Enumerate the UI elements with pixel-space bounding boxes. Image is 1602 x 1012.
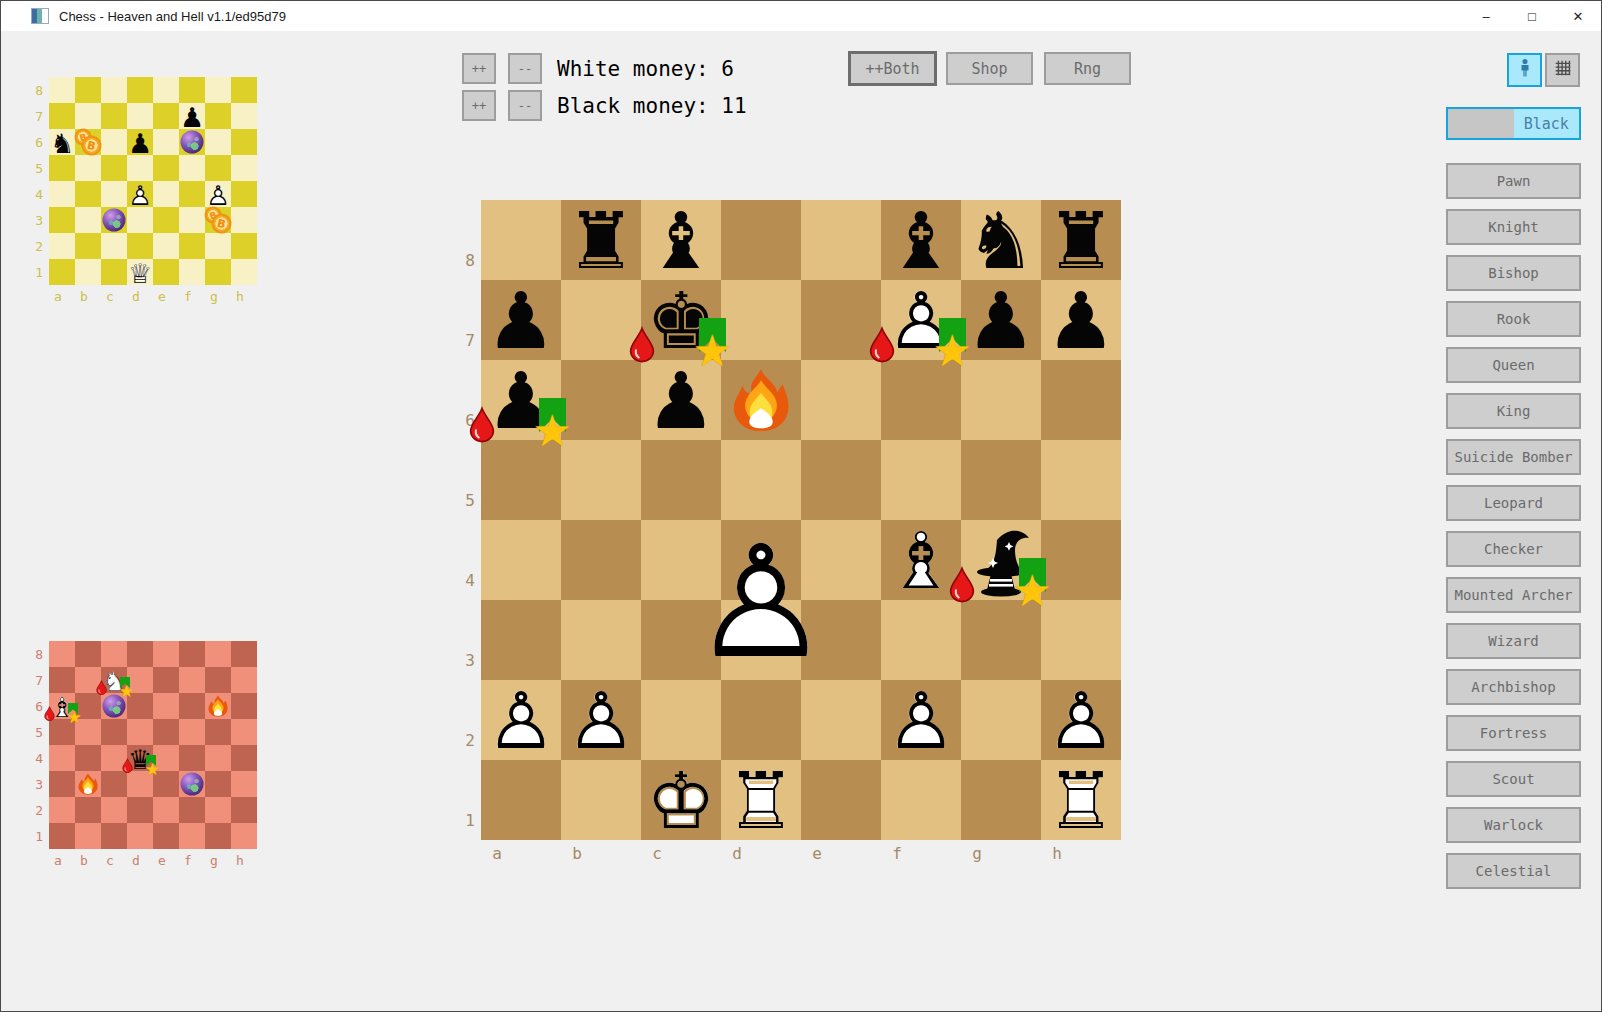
square-e1[interactable] xyxy=(801,760,881,840)
square-g6[interactable] xyxy=(961,360,1041,440)
square-g7[interactable] xyxy=(205,103,231,129)
square-d8[interactable] xyxy=(127,641,153,667)
square-e8[interactable] xyxy=(153,77,179,103)
square-b4[interactable] xyxy=(75,745,101,771)
square-d5[interactable] xyxy=(127,719,153,745)
square-a7[interactable]: ♟ xyxy=(481,280,561,360)
square-h4[interactable] xyxy=(231,181,257,207)
square-a3[interactable] xyxy=(481,600,561,680)
square-b3[interactable] xyxy=(75,771,101,797)
square-g6[interactable] xyxy=(205,129,231,155)
square-h8[interactable] xyxy=(231,641,257,667)
square-d6[interactable] xyxy=(721,360,801,440)
square-e8[interactable] xyxy=(153,641,179,667)
square-e2[interactable] xyxy=(153,233,179,259)
square-b8[interactable]: ♜ xyxy=(561,200,641,280)
square-g3[interactable] xyxy=(205,771,231,797)
square-d6[interactable]: ♟ xyxy=(127,129,153,155)
square-h5[interactable] xyxy=(231,719,257,745)
square-e1[interactable] xyxy=(153,259,179,285)
square-b1[interactable] xyxy=(561,760,641,840)
shop-button[interactable]: Shop xyxy=(946,52,1033,85)
square-g1[interactable] xyxy=(205,823,231,849)
white-pawn-giant: ♟♙ xyxy=(692,525,831,680)
square-e6[interactable] xyxy=(801,360,881,440)
square-h7[interactable]: ♟ xyxy=(1041,280,1121,360)
square-a2[interactable] xyxy=(49,233,75,259)
square-h5[interactable] xyxy=(1041,440,1121,520)
square-b1[interactable] xyxy=(75,823,101,849)
square-g3[interactable]: BB xyxy=(205,207,231,233)
square-f6[interactable] xyxy=(179,693,205,719)
main-board: ♜♝♝♞♜♟♚★♟♙★♟♟♟★♟♝♗★♟♙♟♙♟♙♟♙♟♙♚♔♜♖♜♖87654… xyxy=(481,200,1121,840)
square-a3[interactable] xyxy=(49,207,75,233)
square-h8[interactable] xyxy=(231,77,257,103)
square-a1[interactable] xyxy=(49,259,75,285)
app-icon xyxy=(31,8,49,24)
fire-icon xyxy=(207,695,230,718)
square-g8[interactable] xyxy=(205,641,231,667)
fire-icon xyxy=(728,367,794,433)
square-f1[interactable] xyxy=(179,259,205,285)
square-h5[interactable] xyxy=(231,155,257,181)
heaven-board: ♟♞BB♟♟♙♟♙BB♛♕87654321abcdefgh xyxy=(49,77,257,285)
white-queen: ♛♕ xyxy=(128,260,152,287)
square-c3[interactable] xyxy=(101,207,127,233)
blood-icon xyxy=(44,706,55,721)
square-e2[interactable] xyxy=(153,797,179,823)
star-icon: ★ xyxy=(145,761,160,778)
square-b3[interactable] xyxy=(561,600,641,680)
square-h2[interactable]: ♟♙ xyxy=(1041,680,1121,760)
square-h2[interactable] xyxy=(231,797,257,823)
square-g6[interactable] xyxy=(205,693,231,719)
square-e3[interactable] xyxy=(153,207,179,233)
square-e4[interactable] xyxy=(153,181,179,207)
square-h3[interactable] xyxy=(231,771,257,797)
white-pawn: ♟♙ xyxy=(128,182,152,209)
square-g7[interactable]: ♟ xyxy=(961,280,1041,360)
star-icon: ★ xyxy=(1013,569,1052,613)
square-f2[interactable] xyxy=(179,233,205,259)
square-h1[interactable] xyxy=(231,259,257,285)
square-h6[interactable] xyxy=(231,129,257,155)
square-f3[interactable] xyxy=(179,771,205,797)
black-bishop: ♝ xyxy=(886,202,956,280)
square-e7[interactable] xyxy=(153,103,179,129)
app-window: Chess - Heaven and Hell v1.1/ed95d79 – □… xyxy=(0,0,1602,1012)
rank-labels: 87654321 xyxy=(21,641,43,849)
square-c8[interactable] xyxy=(101,641,127,667)
blood-icon xyxy=(629,326,655,363)
shop-piece-button-warlock[interactable]: Warlock xyxy=(1446,807,1581,843)
square-g2[interactable] xyxy=(961,680,1041,760)
square-f3[interactable] xyxy=(881,600,961,680)
shop-piece-button-pawn[interactable]: Pawn xyxy=(1446,163,1581,199)
square-c2[interactable] xyxy=(101,797,127,823)
square-e8[interactable] xyxy=(801,200,881,280)
square-c1[interactable]: ♚♔ xyxy=(641,760,721,840)
square-g2[interactable] xyxy=(205,797,231,823)
square-e6[interactable] xyxy=(153,693,179,719)
black-pawn: ♟ xyxy=(128,130,152,157)
square-a4[interactable] xyxy=(49,181,75,207)
orb-icon xyxy=(181,131,204,154)
square-e1[interactable] xyxy=(153,823,179,849)
fire-icon xyxy=(77,773,100,796)
white-money-minus-button[interactable]: -- xyxy=(508,53,542,84)
square-h7[interactable] xyxy=(231,667,257,693)
person-icon xyxy=(1514,57,1536,83)
square-g1[interactable] xyxy=(961,760,1041,840)
shop-piece-button-leopard[interactable]: Leopard xyxy=(1446,485,1581,521)
square-b2[interactable]: ♟♙ xyxy=(561,680,641,760)
square-h4[interactable] xyxy=(1041,520,1121,600)
square-g8[interactable]: ♞ xyxy=(961,200,1041,280)
square-g8[interactable] xyxy=(205,77,231,103)
square-a3[interactable] xyxy=(49,771,75,797)
plus-both-button[interactable]: ++Both xyxy=(849,52,936,85)
square-f3[interactable] xyxy=(179,207,205,233)
square-f7[interactable]: ♟ xyxy=(179,103,205,129)
square-c7[interactable]: ♚★ xyxy=(641,280,721,360)
square-a2[interactable] xyxy=(49,797,75,823)
white-pawn: ♟♙ xyxy=(1046,682,1116,760)
square-b5[interactable] xyxy=(561,440,641,520)
shop-piece-button-mounted-archer[interactable]: Mounted Archer xyxy=(1446,577,1581,613)
square-h4[interactable] xyxy=(231,745,257,771)
square-h1[interactable] xyxy=(231,823,257,849)
square-a8[interactable] xyxy=(481,200,561,280)
file-labels: abcdefgh xyxy=(481,844,1121,863)
window-controls: – □ ✕ xyxy=(1463,1,1601,31)
black-money-minus-button[interactable]: -- xyxy=(508,90,542,121)
square-g4[interactable] xyxy=(205,745,231,771)
square-h3[interactable] xyxy=(231,207,257,233)
shop-piece-button-bishop[interactable]: Bishop xyxy=(1446,255,1581,291)
square-c8[interactable] xyxy=(101,77,127,103)
square-c6[interactable] xyxy=(101,129,127,155)
square-b6[interactable] xyxy=(561,360,641,440)
black-knight: ♞ xyxy=(50,130,74,157)
side-toggle-black-half[interactable]: Black xyxy=(1514,109,1580,138)
square-c1[interactable] xyxy=(101,823,127,849)
square-a1[interactable] xyxy=(49,823,75,849)
rank-labels: 87654321 xyxy=(21,77,43,285)
black-knight: ♞ xyxy=(966,202,1036,280)
close-button[interactable]: ✕ xyxy=(1555,1,1601,31)
square-h1[interactable]: ♜♖ xyxy=(1041,760,1121,840)
white-rook: ♜♖ xyxy=(1046,762,1116,840)
square-c5[interactable] xyxy=(641,440,721,520)
side-toggle-white-half[interactable] xyxy=(1448,109,1514,138)
square-c2[interactable] xyxy=(101,233,127,259)
shop-piece-button-checker[interactable]: Checker xyxy=(1446,531,1581,567)
square-c3[interactable] xyxy=(101,771,127,797)
white-money-plus-button[interactable]: ++ xyxy=(462,53,496,84)
square-g5[interactable] xyxy=(205,155,231,181)
square-f8[interactable] xyxy=(179,77,205,103)
shop-piece-button-king[interactable]: King xyxy=(1446,393,1581,429)
square-c8[interactable]: ♝ xyxy=(641,200,721,280)
square-h8[interactable]: ♜ xyxy=(1041,200,1121,280)
square-c5[interactable] xyxy=(101,719,127,745)
square-a4[interactable] xyxy=(49,745,75,771)
square-f5[interactable] xyxy=(881,440,961,520)
square-d1[interactable]: ♜♖ xyxy=(721,760,801,840)
square-h7[interactable] xyxy=(231,103,257,129)
black-pawn: ♟ xyxy=(180,104,204,131)
square-a1[interactable] xyxy=(481,760,561,840)
window-title: Chess - Heaven and Hell v1.1/ed95d79 xyxy=(59,9,286,24)
blood-icon xyxy=(469,406,495,443)
grid-view-button[interactable] xyxy=(1545,53,1580,87)
white-pawn: ♟♙ xyxy=(206,182,230,209)
square-a6[interactable]: ♟★ xyxy=(481,360,561,440)
coin-icon: BB xyxy=(75,129,102,156)
file-labels: abcdefgh xyxy=(49,853,257,868)
square-c5[interactable] xyxy=(101,155,127,181)
blood-icon xyxy=(122,758,133,773)
title-bar: Chess - Heaven and Hell v1.1/ed95d79 – □… xyxy=(1,1,1601,31)
square-b8[interactable] xyxy=(75,77,101,103)
file-labels: abcdefgh xyxy=(49,289,257,304)
white-bishop: ♝♗ xyxy=(886,522,956,600)
square-g2[interactable] xyxy=(205,233,231,259)
square-f5[interactable] xyxy=(179,155,205,181)
square-c1[interactable] xyxy=(101,259,127,285)
square-e6[interactable] xyxy=(153,129,179,155)
square-f7[interactable]: ♟♙★ xyxy=(881,280,961,360)
orb-icon xyxy=(103,209,126,232)
square-a6[interactable]: ♞ xyxy=(49,129,75,155)
square-c7[interactable] xyxy=(101,103,127,129)
star-icon: ★ xyxy=(693,329,732,373)
side-select-toggle[interactable]: Black xyxy=(1446,107,1581,140)
white-pawn: ♟♙ xyxy=(486,682,556,760)
black-bishop: ♝ xyxy=(646,202,716,280)
black-rook: ♜ xyxy=(566,202,636,280)
star-icon: ★ xyxy=(119,683,134,700)
square-f4[interactable] xyxy=(179,745,205,771)
square-b5[interactable] xyxy=(75,155,101,181)
black-money-plus-button[interactable]: ++ xyxy=(462,90,496,121)
maximize-button[interactable]: □ xyxy=(1509,1,1555,31)
square-h6[interactable] xyxy=(231,693,257,719)
coin-icon: BB xyxy=(205,207,232,234)
square-b6[interactable]: BB xyxy=(75,129,101,155)
square-g5[interactable] xyxy=(961,440,1041,520)
square-d2[interactable] xyxy=(127,797,153,823)
star-icon: ★ xyxy=(67,709,82,726)
shop-piece-button-archbishop[interactable]: Archbishop xyxy=(1446,669,1581,705)
square-d4[interactable]: ♟♙ xyxy=(127,181,153,207)
star-icon: ★ xyxy=(933,329,972,373)
square-f8[interactable]: ♝ xyxy=(881,200,961,280)
square-e5[interactable] xyxy=(801,440,881,520)
black-rook: ♜ xyxy=(1046,202,1116,280)
square-g1[interactable] xyxy=(205,259,231,285)
square-b3[interactable] xyxy=(75,207,101,233)
black-pawn: ♟ xyxy=(486,282,556,360)
shop-piece-button-knight[interactable]: Knight xyxy=(1446,209,1581,245)
grid-icon xyxy=(1552,57,1574,83)
shop-piece-button-suicide-bomber[interactable]: Suicide Bomber xyxy=(1446,439,1581,475)
square-a6[interactable]: ♝♗★ xyxy=(49,693,75,719)
square-d3[interactable]: ♟♙ xyxy=(721,600,801,680)
white-pawn: ♟♙ xyxy=(566,682,636,760)
square-a8[interactable] xyxy=(49,641,75,667)
square-d1[interactable] xyxy=(127,823,153,849)
square-e5[interactable] xyxy=(153,155,179,181)
square-d5[interactable] xyxy=(721,440,801,520)
shop-piece-button-rook[interactable]: Rook xyxy=(1446,301,1581,337)
rng-button[interactable]: Rng xyxy=(1044,52,1131,85)
shop-piece-button-queen[interactable]: Queen xyxy=(1446,347,1581,383)
square-d8[interactable] xyxy=(127,77,153,103)
shop-piece-button-wizard[interactable]: Wizard xyxy=(1446,623,1581,659)
square-h6[interactable] xyxy=(1041,360,1121,440)
square-d8[interactable] xyxy=(721,200,801,280)
square-f2[interactable]: ♟♙ xyxy=(881,680,961,760)
square-a7[interactable] xyxy=(49,103,75,129)
minimize-button[interactable]: – xyxy=(1463,1,1509,31)
person-view-button[interactable] xyxy=(1507,53,1542,87)
square-f5[interactable] xyxy=(179,719,205,745)
blood-icon xyxy=(96,680,107,695)
square-f4[interactable] xyxy=(179,181,205,207)
square-d7[interactable] xyxy=(721,280,801,360)
square-d4[interactable]: ♛★ xyxy=(127,745,153,771)
black-money-label: Black money: 11 xyxy=(557,90,747,121)
square-f2[interactable] xyxy=(179,797,205,823)
orb-icon xyxy=(181,773,204,796)
square-d7[interactable] xyxy=(127,103,153,129)
square-g4[interactable]: ♟♙ xyxy=(205,181,231,207)
shop-piece-button-celestial[interactable]: Celestial xyxy=(1446,853,1581,889)
square-a4[interactable] xyxy=(481,520,561,600)
square-e5[interactable] xyxy=(153,719,179,745)
shop-piece-button-scout[interactable]: Scout xyxy=(1446,761,1581,797)
blood-icon xyxy=(949,566,975,603)
white-rook: ♜♖ xyxy=(726,762,796,840)
square-d1[interactable]: ♛♕ xyxy=(127,259,153,285)
white-pawn: ♟♙ xyxy=(886,682,956,760)
star-icon: ★ xyxy=(533,409,572,453)
square-c7[interactable]: ♞♘★ xyxy=(101,667,127,693)
square-a7[interactable] xyxy=(49,667,75,693)
square-h3[interactable] xyxy=(1041,600,1121,680)
rank-labels: 87654321 xyxy=(453,200,475,840)
square-b2[interactable] xyxy=(75,233,101,259)
square-b4[interactable] xyxy=(561,520,641,600)
square-f7[interactable] xyxy=(179,667,205,693)
square-g4[interactable]: ★ xyxy=(961,520,1041,600)
square-b1[interactable] xyxy=(75,259,101,285)
black-pawn: ♟ xyxy=(1046,282,1116,360)
square-g7[interactable] xyxy=(205,667,231,693)
square-e7[interactable] xyxy=(153,667,179,693)
square-a2[interactable]: ♟♙ xyxy=(481,680,561,760)
hell-board: ♞♘★♝♗★♛★87654321abcdefgh xyxy=(49,641,257,849)
square-b2[interactable] xyxy=(75,797,101,823)
square-h2[interactable] xyxy=(231,233,257,259)
square-b7[interactable] xyxy=(75,103,101,129)
square-f1[interactable] xyxy=(881,760,961,840)
shop-piece-button-fortress[interactable]: Fortress xyxy=(1446,715,1581,751)
square-f8[interactable] xyxy=(179,641,205,667)
white-king: ♚♔ xyxy=(646,762,716,840)
blood-icon xyxy=(869,326,895,363)
square-c4[interactable] xyxy=(101,181,127,207)
black-pawn: ♟ xyxy=(966,282,1036,360)
white-money-label: White money: 6 xyxy=(557,53,734,84)
square-a8[interactable] xyxy=(49,77,75,103)
square-b4[interactable] xyxy=(75,181,101,207)
square-f1[interactable] xyxy=(179,823,205,849)
square-g5[interactable] xyxy=(205,719,231,745)
square-b8[interactable] xyxy=(75,641,101,667)
square-d2[interactable] xyxy=(127,233,153,259)
